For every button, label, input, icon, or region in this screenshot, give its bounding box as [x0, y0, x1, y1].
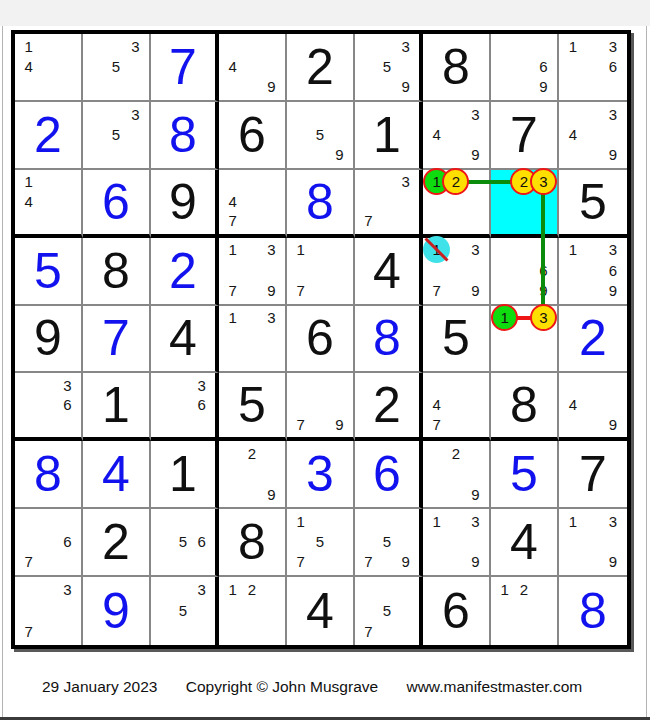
candidate [174, 395, 193, 415]
candidate [106, 104, 125, 124]
cell-r9c9[interactable]: 8 [559, 577, 627, 645]
candidate [583, 511, 603, 531]
candidate: 3 [534, 172, 553, 192]
candidate [359, 532, 378, 552]
cell-r9c6[interactable]: 57 [355, 577, 423, 645]
candidate [291, 532, 310, 552]
sudoku-app-window: { "game": "sudoku", "position": "..7.2.8… [0, 0, 650, 720]
candidate [446, 144, 465, 164]
candidate [583, 144, 603, 164]
candidate [514, 36, 533, 56]
cell-r8c8[interactable]: 4 [491, 509, 559, 577]
candidate: 5 [106, 124, 125, 144]
cell-r5c3[interactable]: 4 [151, 306, 219, 374]
candidate [583, 124, 603, 144]
cell-r6c2[interactable]: 1 [83, 373, 151, 441]
pencilmark-grid: 35 [151, 577, 215, 645]
candidate [446, 464, 465, 484]
candidate [534, 328, 553, 348]
cell-r3c1[interactable]: 14 [15, 170, 83, 238]
candidate [310, 415, 329, 435]
candidate [330, 552, 349, 572]
cell-r5c2[interactable]: 7 [83, 306, 151, 374]
candidate [583, 532, 603, 552]
candidate [446, 395, 465, 415]
pencilmark-grid: 17 [287, 238, 353, 304]
given-digit: 6 [306, 313, 334, 363]
given-digit: 8 [102, 246, 130, 296]
candidate [378, 191, 397, 211]
window-border-right [646, 26, 647, 717]
candidate [310, 260, 329, 280]
candidate [378, 77, 397, 97]
candidate [223, 484, 242, 504]
solved-digit: 6 [373, 449, 401, 499]
candidate [223, 348, 242, 368]
candidate [58, 621, 77, 642]
given-digit: 8 [510, 380, 538, 430]
cell-r1c4[interactable]: 49 [219, 34, 287, 102]
candidate [223, 172, 242, 192]
candidate: 5 [310, 532, 329, 552]
cell-r5c4[interactable]: 13 [219, 306, 287, 374]
candidate [223, 621, 242, 642]
cell-r6c7[interactable]: 47 [423, 373, 491, 441]
cell-r6c5[interactable]: 79 [287, 373, 355, 441]
candidate [583, 77, 603, 97]
candidate [126, 144, 145, 164]
cell-r6c3[interactable]: 36 [151, 373, 219, 441]
given-digit: 9 [169, 177, 197, 227]
pencilmark-grid: 13 [219, 306, 285, 372]
candidate [603, 77, 623, 97]
cell-r1c1[interactable]: 14 [15, 34, 83, 102]
given-digit: 4 [306, 586, 334, 636]
given-digit: 1 [102, 380, 130, 430]
candidate [291, 395, 310, 415]
candidate: 1 [291, 511, 310, 531]
pencilmark-grid: 12 [423, 170, 489, 234]
cell-r7c6[interactable]: 6 [355, 441, 423, 509]
candidate: 6 [58, 395, 77, 415]
candidate [583, 56, 603, 76]
candidate [291, 260, 310, 280]
cell-r4c3[interactable]: 2 [151, 238, 219, 306]
candidate: 1 [563, 511, 583, 531]
candidate [396, 191, 415, 211]
cell-r1c7[interactable]: 8 [423, 34, 491, 102]
candidate [359, 579, 378, 600]
candidate: 5 [310, 124, 329, 144]
candidate: 1 [291, 240, 310, 260]
footer: 29 January 2023 Copyright © John Musgrav… [42, 678, 606, 696]
candidate [427, 211, 446, 231]
cell-r9c1[interactable]: 37 [15, 577, 83, 645]
solved-digit: 2 [34, 110, 62, 160]
candidate [38, 415, 57, 435]
candidate [359, 77, 378, 97]
candidate [514, 600, 533, 621]
pencilmark-grid: 13 [491, 306, 557, 372]
cell-r9c7[interactable]: 6 [423, 577, 491, 645]
candidate [495, 77, 514, 97]
candidate [223, 464, 242, 484]
candidate [262, 600, 281, 621]
solved-digit: 8 [34, 449, 62, 499]
candidate [603, 124, 623, 144]
candidate: 7 [359, 621, 378, 642]
cell-r8c3[interactable]: 56 [151, 509, 219, 577]
candidate: 9 [603, 280, 623, 300]
candidate [378, 211, 397, 231]
cell-r7c2[interactable]: 4 [83, 441, 151, 509]
cell-r2c4[interactable]: 6 [219, 102, 287, 170]
candidate [330, 104, 349, 124]
candidate: 3 [466, 104, 485, 124]
cell-r5c1[interactable]: 9 [15, 306, 83, 374]
pencilmark-grid: 139 [559, 509, 627, 575]
cell-r3c5[interactable]: 8 [287, 170, 355, 238]
candidate: 3 [192, 579, 211, 600]
cell-r9c4[interactable]: 12 [219, 577, 287, 645]
given-digit: 4 [373, 246, 401, 296]
candidate [495, 328, 514, 348]
candidate: 6 [192, 532, 211, 552]
candidate: 4 [427, 124, 446, 144]
cell-r9c8[interactable]: 12 [491, 577, 559, 645]
candidate [466, 532, 485, 552]
candidate [223, 260, 242, 280]
candidate: 5 [174, 600, 193, 621]
candidate: 4 [223, 191, 242, 211]
candidate [19, 579, 38, 600]
candidate [446, 280, 465, 300]
candidate [223, 77, 242, 97]
candidate [291, 375, 310, 395]
candidate [19, 600, 38, 621]
cell-r6c4[interactable]: 5 [219, 373, 287, 441]
candidate [155, 375, 174, 395]
cell-r5c6[interactable]: 8 [355, 306, 423, 374]
cell-r6c6[interactable]: 2 [355, 373, 423, 441]
candidate [192, 552, 211, 572]
cell-r7c3[interactable]: 1 [151, 441, 219, 509]
candidate: 3 [396, 36, 415, 56]
pencilmark-grid: 579 [355, 509, 419, 575]
candidate [174, 621, 193, 642]
candidate [155, 395, 174, 415]
candidate: 1 [427, 511, 446, 531]
cell-r3c9[interactable]: 5 [559, 170, 627, 238]
candidate [495, 191, 514, 211]
pencilmark-grid: 56 [151, 509, 215, 575]
candidate: 3 [126, 36, 145, 56]
candidate: 3 [192, 375, 211, 395]
candidate [514, 260, 533, 280]
cell-r8c6[interactable]: 579 [355, 509, 423, 577]
footer-website: www.manifestmaster.com [406, 678, 582, 695]
cell-r7c7[interactable]: 29 [423, 441, 491, 509]
cell-r1c9[interactable]: 136 [559, 34, 627, 102]
candidate: 1 [19, 172, 38, 192]
candidate: 2 [242, 443, 261, 463]
cell-r4c9[interactable]: 1369 [559, 238, 627, 306]
candidate [242, 484, 261, 504]
candidate: 9 [330, 415, 349, 435]
candidate [514, 240, 533, 260]
candidate [242, 56, 261, 76]
candidate: 1 [427, 172, 446, 192]
candidate: 3 [396, 172, 415, 192]
cell-r8c7[interactable]: 139 [423, 509, 491, 577]
given-digit: 7 [579, 449, 607, 499]
cell-r8c9[interactable]: 139 [559, 509, 627, 577]
solved-digit: 2 [579, 313, 607, 363]
candidate [396, 56, 415, 76]
candidate: 7 [291, 552, 310, 572]
pencilmark-grid: 59 [287, 102, 353, 168]
pencilmark-grid: 36 [15, 373, 81, 437]
candidate [534, 191, 553, 211]
cell-r3c6[interactable]: 37 [355, 170, 423, 238]
candidate [495, 600, 514, 621]
candidate [446, 375, 465, 395]
cell-r4c2[interactable]: 8 [83, 238, 151, 306]
candidate [495, 211, 514, 231]
candidate: 3 [58, 579, 77, 600]
candidate: 9 [396, 77, 415, 97]
solved-digit: 5 [34, 246, 62, 296]
cell-r4c6[interactable]: 4 [355, 238, 423, 306]
pencilmark-grid: 36 [151, 373, 215, 437]
candidate [563, 415, 583, 435]
candidate [330, 260, 349, 280]
cell-r1c3[interactable]: 7 [151, 34, 219, 102]
window-border-left [2, 26, 3, 717]
given-digit: 6 [442, 586, 470, 636]
cell-r3c8[interactable]: 23 [491, 170, 559, 238]
candidate: 7 [223, 211, 242, 231]
cell-r9c3[interactable]: 35 [151, 577, 219, 645]
pencilmark-grid: 139 [423, 509, 489, 575]
candidate [603, 375, 623, 395]
cell-r7c4[interactable]: 29 [219, 441, 287, 509]
candidate [446, 511, 465, 531]
candidate [155, 600, 174, 621]
cell-r2c6[interactable]: 1 [355, 102, 423, 170]
cell-r8c2[interactable]: 2 [83, 509, 151, 577]
cell-r8c4[interactable]: 8 [219, 509, 287, 577]
candidate: 7 [223, 280, 242, 300]
cell-r4c5[interactable]: 17 [287, 238, 355, 306]
cell-r1c6[interactable]: 359 [355, 34, 423, 102]
candidate [155, 511, 174, 531]
candidate: 3 [466, 240, 485, 260]
cell-r5c9[interactable]: 2 [559, 306, 627, 374]
cell-r3c3[interactable]: 9 [151, 170, 219, 238]
cell-r8c5[interactable]: 157 [287, 509, 355, 577]
cell-r4c1[interactable]: 5 [15, 238, 83, 306]
candidate [359, 172, 378, 192]
candidate: 4 [19, 191, 38, 211]
candidate [262, 579, 281, 600]
candidate [495, 348, 514, 368]
candidate [359, 511, 378, 531]
candidate [427, 552, 446, 572]
candidate [58, 56, 77, 76]
candidate [242, 308, 261, 328]
candidate: 9 [262, 484, 281, 504]
candidate: 7 [291, 415, 310, 435]
candidate [466, 124, 485, 144]
cell-r9c2[interactable]: 9 [83, 577, 151, 645]
candidate: 3 [534, 308, 553, 328]
cell-r3c2[interactable]: 6 [83, 170, 151, 238]
pencilmark-grid: 1379 [423, 238, 489, 304]
candidate [495, 621, 514, 642]
pencilmark-grid: 49 [219, 34, 285, 100]
candidate [495, 280, 514, 300]
candidate [58, 415, 77, 435]
cell-r4c7[interactable]: 1379 [423, 238, 491, 306]
candidate [563, 77, 583, 97]
board-area: 1435749235986913623586591349734914694783… [11, 30, 631, 649]
cell-r9c5[interactable]: 4 [287, 577, 355, 645]
cell-r1c5[interactable]: 2 [287, 34, 355, 102]
cell-r8c1[interactable]: 67 [15, 509, 83, 577]
cell-r6c1[interactable]: 36 [15, 373, 83, 441]
cell-r7c1[interactable]: 8 [15, 441, 83, 509]
candidate [466, 375, 485, 395]
cell-r7c9[interactable]: 7 [559, 441, 627, 509]
candidate: 5 [174, 532, 193, 552]
pencilmark-grid: 1379 [219, 238, 285, 304]
candidate [603, 395, 623, 415]
solved-digit: 8 [169, 110, 197, 160]
candidate [291, 124, 310, 144]
pencilmark-grid: 1369 [559, 238, 627, 304]
given-digit: 5 [238, 380, 266, 430]
candidate: 3 [466, 511, 485, 531]
candidate [310, 240, 329, 260]
cell-r7c8[interactable]: 5 [491, 441, 559, 509]
pencilmark-grid: 37 [15, 577, 81, 645]
candidate [192, 621, 211, 642]
candidate: 9 [466, 280, 485, 300]
candidate: 5 [106, 56, 125, 76]
candidate: 4 [223, 56, 242, 76]
candidate [359, 36, 378, 56]
candidate [310, 511, 329, 531]
candidate [514, 211, 533, 231]
candidate [310, 280, 329, 300]
candidate [534, 36, 553, 56]
cell-r1c2[interactable]: 35 [83, 34, 151, 102]
candidate: 1 [19, 36, 38, 56]
candidate [106, 77, 125, 97]
candidate [396, 600, 415, 621]
cell-r2c5[interactable]: 59 [287, 102, 355, 170]
candidate [563, 104, 583, 124]
cell-r3c4[interactable]: 47 [219, 170, 287, 238]
cell-r5c5[interactable]: 6 [287, 306, 355, 374]
candidate [58, 172, 77, 192]
cell-r5c7[interactable]: 5 [423, 306, 491, 374]
candidate [446, 260, 465, 280]
candidate [87, 56, 106, 76]
candidate: 2 [446, 172, 465, 192]
cell-r4c4[interactable]: 1379 [219, 238, 287, 306]
cell-r1c8[interactable]: 69 [491, 34, 559, 102]
candidate: 7 [359, 211, 378, 231]
candidate [38, 621, 57, 642]
candidate [38, 191, 57, 211]
candidate [19, 211, 38, 231]
candidate [378, 621, 397, 642]
cell-r2c1[interactable]: 2 [15, 102, 83, 170]
candidate: 3 [603, 240, 623, 260]
solved-digit: 8 [373, 313, 401, 363]
candidate: 7 [19, 621, 38, 642]
cell-r6c8[interactable]: 8 [491, 373, 559, 441]
cell-r6c9[interactable]: 49 [559, 373, 627, 441]
candidate [242, 328, 261, 348]
candidate [106, 36, 125, 56]
given-digit: 2 [306, 42, 334, 92]
cell-r4c8[interactable]: 69 [491, 238, 559, 306]
cell-r3c7[interactable]: 12 [423, 170, 491, 238]
candidate: 1 [427, 240, 446, 260]
solved-digit: 7 [102, 313, 130, 363]
cell-r2c2[interactable]: 35 [83, 102, 151, 170]
candidate: 7 [427, 415, 446, 435]
cell-r2c3[interactable]: 8 [151, 102, 219, 170]
candidate [192, 415, 211, 435]
cell-r2c9[interactable]: 349 [559, 102, 627, 170]
cell-r2c8[interactable]: 7 [491, 102, 559, 170]
candidate [262, 328, 281, 348]
candidate: 1 [495, 308, 514, 328]
candidate [155, 552, 174, 572]
candidate: 3 [603, 511, 623, 531]
candidate: 2 [514, 172, 533, 192]
candidate: 9 [466, 144, 485, 164]
given-digit: 5 [442, 313, 470, 363]
candidate [155, 621, 174, 642]
pencilmark-grid: 35 [83, 102, 149, 168]
candidate [192, 511, 211, 531]
candidate [378, 579, 397, 600]
candidate [19, 77, 38, 97]
candidate [262, 191, 281, 211]
candidate [563, 56, 583, 76]
candidate [446, 552, 465, 572]
candidate [378, 36, 397, 56]
candidate [174, 511, 193, 531]
candidate [466, 172, 485, 192]
cell-r2c7[interactable]: 349 [423, 102, 491, 170]
candidate [583, 375, 603, 395]
cell-r7c5[interactable]: 3 [287, 441, 355, 509]
candidate [242, 77, 261, 97]
cell-r5c8[interactable]: 13 [491, 306, 559, 374]
candidate [310, 552, 329, 572]
pencilmark-grid: 157 [287, 509, 353, 575]
candidate [58, 191, 77, 211]
candidate: 3 [126, 104, 145, 124]
candidate: 6 [192, 395, 211, 415]
solved-digit: 3 [306, 449, 334, 499]
